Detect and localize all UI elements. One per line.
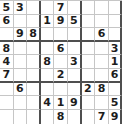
sudoku-cell-given[interactable]: 8 (41, 55, 55, 69)
sudoku-cell-empty[interactable] (95, 42, 109, 56)
sudoku-cell-empty[interactable] (82, 1, 96, 15)
sudoku-cell-empty[interactable] (14, 42, 28, 56)
sudoku-cell-empty[interactable] (27, 96, 41, 110)
sudoku-cell-empty[interactable] (95, 55, 109, 69)
sudoku-cell-empty[interactable] (27, 69, 41, 83)
sudoku-cell-empty[interactable] (54, 83, 68, 97)
sudoku-cell-empty[interactable] (14, 69, 28, 83)
sudoku-cell-empty[interactable] (27, 42, 41, 56)
sudoku-cell-given[interactable]: 8 (95, 83, 109, 97)
sudoku-cell-given[interactable]: 2 (82, 83, 96, 97)
sudoku-cell-given[interactable]: 9 (68, 96, 82, 110)
sudoku-cell-empty[interactable] (82, 28, 96, 42)
sudoku-cell-given[interactable]: 5 (0, 1, 14, 15)
sudoku-cell-empty[interactable] (68, 69, 82, 83)
sudoku-cell-empty[interactable] (82, 110, 96, 124)
sudoku-cell-empty[interactable] (0, 110, 14, 124)
sudoku-cell-empty[interactable] (14, 96, 28, 110)
sudoku-cell-empty[interactable] (41, 1, 55, 15)
sudoku-cell-empty[interactable] (95, 96, 109, 110)
sudoku-cell-empty[interactable] (0, 96, 14, 110)
sudoku-cell-given[interactable]: 6 (54, 42, 68, 56)
sudoku-cell-empty[interactable] (68, 1, 82, 15)
sudoku-cell-given[interactable]: 3 (14, 1, 28, 15)
sudoku-cell-empty[interactable] (14, 15, 28, 29)
sudoku-cell-empty[interactable] (27, 1, 41, 15)
sudoku-cell-given[interactable]: 1 (54, 96, 68, 110)
sudoku-cell-empty[interactable] (95, 69, 109, 83)
sudoku-cell-empty[interactable] (82, 69, 96, 83)
sudoku-cell-given[interactable]: 6 (0, 15, 14, 29)
sudoku-cell-given[interactable]: 8 (27, 28, 41, 42)
sudoku-cell-empty[interactable] (68, 28, 82, 42)
sudoku-cell-empty[interactable] (27, 83, 41, 97)
sudoku-cell-given[interactable]: 9 (14, 28, 28, 42)
sudoku-cell-empty[interactable] (41, 28, 55, 42)
sudoku-cell-empty[interactable] (41, 42, 55, 56)
sudoku-cell-given[interactable]: 7 (54, 1, 68, 15)
sudoku-cell-given[interactable]: 6 (14, 83, 28, 97)
sudoku-cell-empty[interactable] (109, 15, 123, 29)
sudoku-screenshot: { "game": "sudoku", "grid_size": 9, "pos… (0, 0, 130, 124)
sudoku-cell-empty[interactable] (0, 83, 14, 97)
sudoku-cell-given[interactable]: 4 (0, 55, 14, 69)
sudoku-cell-empty[interactable] (41, 83, 55, 97)
sudoku-cell-empty[interactable] (82, 42, 96, 56)
sudoku-cell-given[interactable]: 3 (109, 42, 123, 56)
sudoku-cell-empty[interactable] (68, 42, 82, 56)
sudoku-cell-empty[interactable] (82, 55, 96, 69)
sudoku-cell-empty[interactable] (0, 28, 14, 42)
sudoku-cell-given[interactable]: 9 (54, 15, 68, 29)
sudoku-cell-empty[interactable] (82, 15, 96, 29)
sudoku-cell-given[interactable]: 7 (0, 69, 14, 83)
sudoku-cell-given[interactable]: 7 (95, 110, 109, 124)
sudoku-cell-given[interactable]: 9 (109, 110, 123, 124)
sudoku-cell-given[interactable]: 2 (54, 69, 68, 83)
sudoku-cell-given[interactable]: 1 (41, 15, 55, 29)
sudoku-cell-given[interactable]: 6 (109, 69, 123, 83)
sudoku-cell-empty[interactable] (27, 110, 41, 124)
sudoku-cell-empty[interactable] (82, 96, 96, 110)
sudoku-cell-empty[interactable] (14, 55, 28, 69)
sudoku-cell-empty[interactable] (54, 28, 68, 42)
sudoku-cell-empty[interactable] (68, 83, 82, 97)
sudoku-cell-empty[interactable] (95, 1, 109, 15)
sudoku-cell-empty[interactable] (109, 83, 123, 97)
sudoku-cell-given[interactable]: 5 (109, 96, 123, 110)
sudoku-cell-empty[interactable] (41, 69, 55, 83)
sudoku-cell-given[interactable]: 8 (0, 42, 14, 56)
sudoku-cell-given[interactable]: 8 (54, 110, 68, 124)
sudoku-cell-given[interactable]: 4 (41, 96, 55, 110)
sudoku-cell-empty[interactable] (109, 28, 123, 42)
sudoku-cell-empty[interactable] (27, 55, 41, 69)
sudoku-cell-empty[interactable] (27, 15, 41, 29)
sudoku-cell-given[interactable]: 5 (68, 15, 82, 29)
sudoku-cell-empty[interactable] (41, 110, 55, 124)
sudoku-cell-empty[interactable] (14, 110, 28, 124)
sudoku-cell-given[interactable]: 1 (109, 55, 123, 69)
sudoku-cell-given[interactable]: 6 (95, 28, 109, 42)
sudoku-cell-empty[interactable] (109, 1, 123, 15)
sudoku-cell-empty[interactable] (68, 110, 82, 124)
sudoku-cell-given[interactable]: 3 (68, 55, 82, 69)
sudoku-board: 537619598686348317266284195879 (0, 0, 122, 123)
sudoku-cell-empty[interactable] (95, 15, 109, 29)
sudoku-cell-empty[interactable] (54, 55, 68, 69)
